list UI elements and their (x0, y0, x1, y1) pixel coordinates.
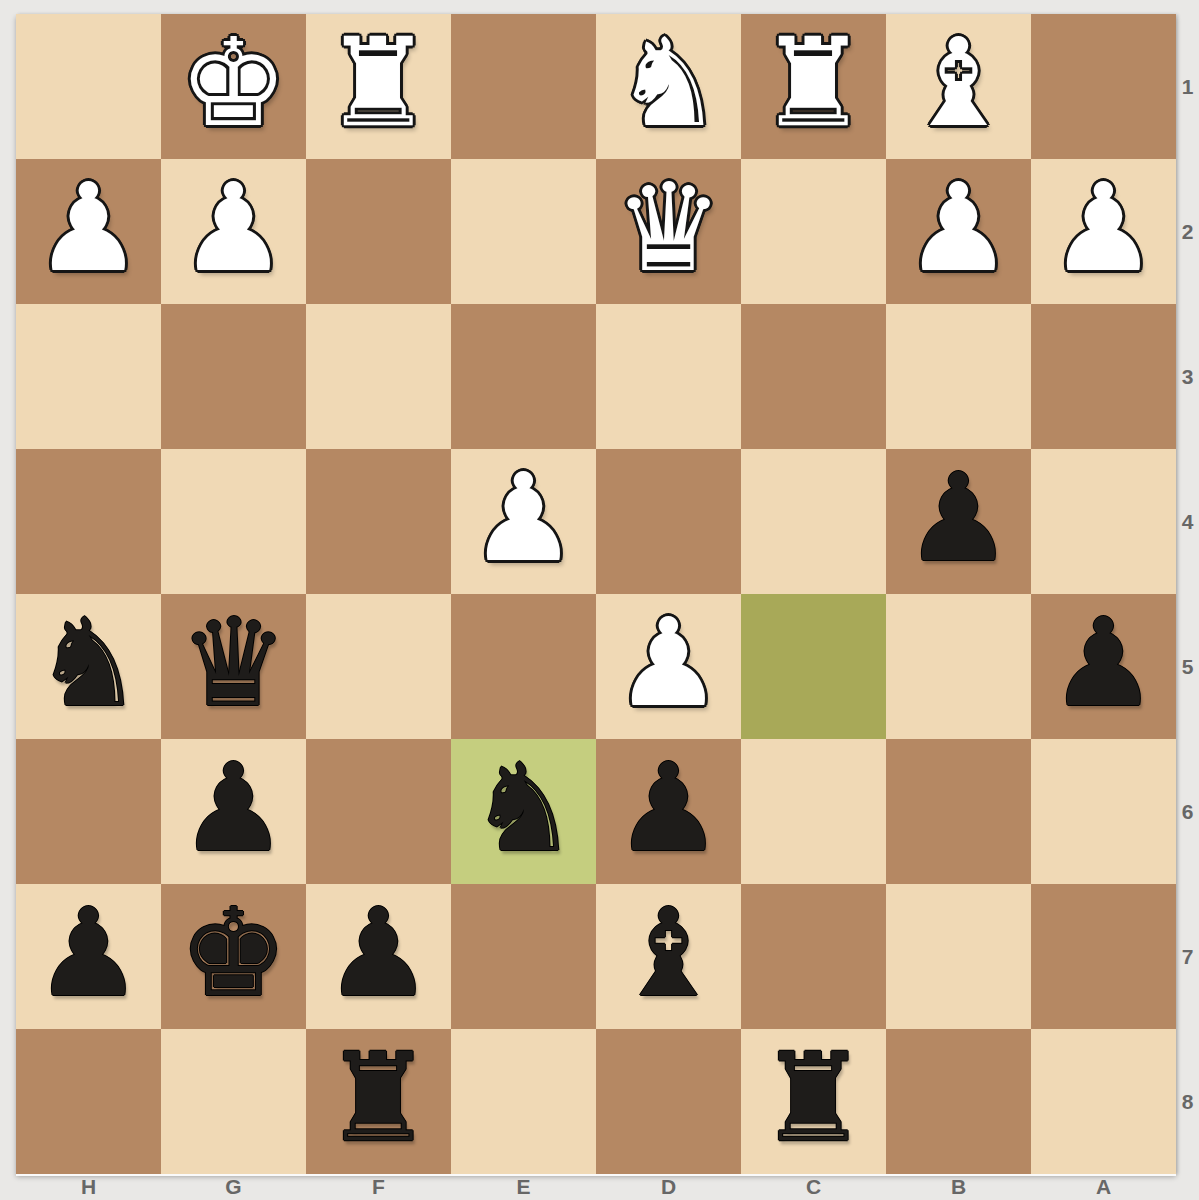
square-g6[interactable]: ♟ (161, 739, 306, 884)
black-pawn[interactable]: ♟ (324, 892, 433, 1014)
square-c6[interactable] (741, 739, 886, 884)
square-b7[interactable] (886, 884, 1031, 1029)
square-e4[interactable]: ♟ (451, 449, 596, 594)
square-c2[interactable] (741, 159, 886, 304)
square-h4[interactable] (16, 449, 161, 594)
square-h1[interactable] (16, 14, 161, 159)
square-b4[interactable]: ♟ (886, 449, 1031, 594)
square-g5[interactable]: ♛ (161, 594, 306, 739)
square-c5[interactable] (741, 594, 886, 739)
rank-label-8: 8 (1176, 1029, 1199, 1174)
white-pawn[interactable]: ♟ (34, 167, 143, 289)
white-knight[interactable]: ♞ (614, 22, 723, 144)
square-f5[interactable] (306, 594, 451, 739)
file-label-a: A (1031, 1174, 1176, 1200)
square-g4[interactable] (161, 449, 306, 594)
white-pawn[interactable]: ♟ (1049, 167, 1158, 289)
square-g1[interactable]: ♚ (161, 14, 306, 159)
square-f3[interactable] (306, 304, 451, 449)
square-d3[interactable] (596, 304, 741, 449)
file-label-d: D (596, 1174, 741, 1200)
square-c4[interactable] (741, 449, 886, 594)
square-h8[interactable] (16, 1029, 161, 1174)
square-b2[interactable]: ♟ (886, 159, 1031, 304)
white-queen[interactable]: ♛ (614, 167, 723, 289)
square-c8[interactable]: ♜ (741, 1029, 886, 1174)
square-a6[interactable] (1031, 739, 1176, 884)
square-e1[interactable] (451, 14, 596, 159)
black-bishop[interactable]: ♝ (614, 892, 723, 1014)
black-rook[interactable]: ♜ (759, 1037, 868, 1159)
rank-label-5: 5 (1176, 594, 1199, 739)
file-label-f: F (306, 1174, 451, 1200)
white-rook[interactable]: ♜ (324, 22, 433, 144)
rank-label-4: 4 (1176, 449, 1199, 594)
square-d6[interactable]: ♟ (596, 739, 741, 884)
square-b5[interactable] (886, 594, 1031, 739)
rank-label-3: 3 (1176, 304, 1199, 449)
black-pawn[interactable]: ♟ (904, 457, 1013, 579)
square-h5[interactable]: ♞ (16, 594, 161, 739)
square-c1[interactable]: ♜ (741, 14, 886, 159)
square-c3[interactable] (741, 304, 886, 449)
square-h6[interactable] (16, 739, 161, 884)
white-pawn[interactable]: ♟ (469, 457, 578, 579)
white-bishop[interactable]: ♝ (904, 22, 1013, 144)
rank-label-7: 7 (1176, 884, 1199, 1029)
square-e8[interactable] (451, 1029, 596, 1174)
square-a2[interactable]: ♟ (1031, 159, 1176, 304)
rank-labels: 12345678 (1176, 14, 1199, 1174)
square-f6[interactable] (306, 739, 451, 884)
square-f4[interactable] (306, 449, 451, 594)
square-f8[interactable]: ♜ (306, 1029, 451, 1174)
square-d2[interactable]: ♛ (596, 159, 741, 304)
square-a8[interactable] (1031, 1029, 1176, 1174)
white-rook[interactable]: ♜ (759, 22, 868, 144)
square-d4[interactable] (596, 449, 741, 594)
black-pawn[interactable]: ♟ (614, 747, 723, 869)
rank-label-1: 1 (1176, 14, 1199, 159)
black-king[interactable]: ♚ (179, 892, 288, 1014)
square-b6[interactable] (886, 739, 1031, 884)
file-label-e: E (451, 1174, 596, 1200)
black-pawn[interactable]: ♟ (179, 747, 288, 869)
white-pawn[interactable]: ♟ (614, 602, 723, 724)
square-a3[interactable] (1031, 304, 1176, 449)
square-g7[interactable]: ♚ (161, 884, 306, 1029)
rank-label-2: 2 (1176, 159, 1199, 304)
file-label-g: G (161, 1174, 306, 1200)
square-g3[interactable] (161, 304, 306, 449)
square-a1[interactable] (1031, 14, 1176, 159)
square-d1[interactable]: ♞ (596, 14, 741, 159)
black-knight[interactable]: ♞ (469, 747, 578, 869)
square-b1[interactable]: ♝ (886, 14, 1031, 159)
file-labels: HGFEDCBA (16, 1174, 1176, 1200)
square-b8[interactable] (886, 1029, 1031, 1174)
square-f1[interactable]: ♜ (306, 14, 451, 159)
square-a4[interactable] (1031, 449, 1176, 594)
square-e3[interactable] (451, 304, 596, 449)
square-c7[interactable] (741, 884, 886, 1029)
file-label-h: H (16, 1174, 161, 1200)
chess-board: ♚♜♞♜♝♟♟♛♟♟♟♟♞♛♟♟♟♞♟♟♚♟♝♜♜ (16, 14, 1176, 1174)
file-label-b: B (886, 1174, 1031, 1200)
square-h7[interactable]: ♟ (16, 884, 161, 1029)
black-knight[interactable]: ♞ (34, 602, 143, 724)
square-h3[interactable] (16, 304, 161, 449)
black-pawn[interactable]: ♟ (34, 892, 143, 1014)
square-d8[interactable] (596, 1029, 741, 1174)
square-f2[interactable] (306, 159, 451, 304)
square-g2[interactable]: ♟ (161, 159, 306, 304)
rank-label-6: 6 (1176, 739, 1199, 884)
square-e2[interactable] (451, 159, 596, 304)
black-rook[interactable]: ♜ (324, 1037, 433, 1159)
file-label-c: C (741, 1174, 886, 1200)
chess-board-container: ♚♜♞♜♝♟♟♛♟♟♟♟♞♛♟♟♟♞♟♟♚♟♝♜♜ (16, 14, 1176, 1174)
square-a7[interactable] (1031, 884, 1176, 1029)
square-e7[interactable] (451, 884, 596, 1029)
black-pawn[interactable]: ♟ (1049, 602, 1158, 724)
square-e5[interactable] (451, 594, 596, 739)
white-king[interactable]: ♚ (179, 22, 288, 144)
square-g8[interactable] (161, 1029, 306, 1174)
square-a5[interactable]: ♟ (1031, 594, 1176, 739)
square-f7[interactable]: ♟ (306, 884, 451, 1029)
black-queen[interactable]: ♛ (179, 602, 288, 724)
white-pawn[interactable]: ♟ (179, 167, 288, 289)
square-e6[interactable]: ♞ (451, 739, 596, 884)
square-d5[interactable]: ♟ (596, 594, 741, 739)
square-d7[interactable]: ♝ (596, 884, 741, 1029)
white-pawn[interactable]: ♟ (904, 167, 1013, 289)
square-h2[interactable]: ♟ (16, 159, 161, 304)
square-b3[interactable] (886, 304, 1031, 449)
